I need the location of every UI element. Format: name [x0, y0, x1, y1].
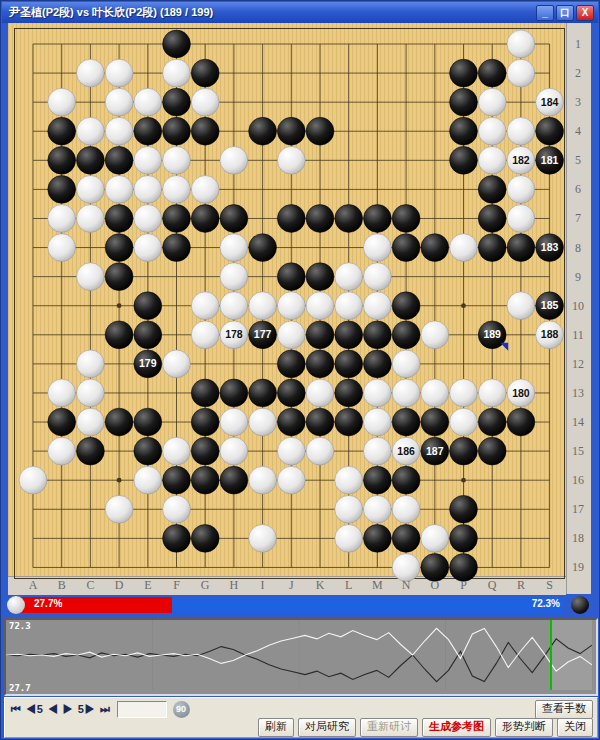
control-panel: ⏮ ◀5 ◀ ▶ 5▶ ⏭ 90 查看手数 刷新对局研究重新研讨生成参考图形势判…	[4, 697, 598, 738]
black-stone[interactable]	[364, 350, 392, 378]
white-stone[interactable]	[478, 88, 506, 116]
black-stone[interactable]	[191, 524, 219, 552]
black-stone[interactable]	[249, 117, 277, 145]
white-stone[interactable]	[48, 437, 76, 465]
black-stone[interactable]	[163, 88, 191, 116]
move-number-label: 189	[483, 328, 501, 340]
black-stone[interactable]	[134, 292, 162, 320]
winrate-bar: 27.7% 72.3%	[0, 595, 600, 616]
black-stone[interactable]	[134, 437, 162, 465]
white-stone[interactable]	[277, 466, 305, 494]
white-stone[interactable]	[364, 408, 392, 436]
white-stone[interactable]	[77, 408, 105, 436]
star-point	[117, 478, 122, 483]
app-window: 尹圣植(P2段) vs 叶长欣(P2段) (189 / 199) _ 口 X 1…	[0, 0, 600, 740]
black-stone[interactable]	[134, 321, 162, 349]
row-label: 4	[575, 124, 581, 139]
white-stone[interactable]	[163, 350, 191, 378]
black-stone[interactable]	[306, 350, 334, 378]
white-stone[interactable]	[507, 117, 535, 145]
column-label: K	[316, 578, 325, 593]
column-label: S	[546, 578, 553, 593]
column-label: P	[460, 578, 467, 593]
white-stone[interactable]	[277, 292, 305, 320]
column-label: H	[230, 578, 239, 593]
black-stone[interactable]	[478, 408, 506, 436]
black-stone[interactable]	[450, 59, 478, 87]
white-stone[interactable]	[364, 234, 392, 262]
white-stone[interactable]	[163, 146, 191, 174]
black-stone[interactable]	[364, 466, 392, 494]
black-stone[interactable]	[364, 524, 392, 552]
white-stone[interactable]	[220, 263, 248, 291]
row-label: 1	[575, 37, 581, 52]
white-stone[interactable]	[478, 379, 506, 407]
row-label: 10	[572, 298, 584, 313]
white-stone[interactable]	[364, 379, 392, 407]
button-生成参考图[interactable]: 生成参考图	[422, 718, 491, 737]
white-stone[interactable]	[105, 88, 133, 116]
white-stone[interactable]	[134, 88, 162, 116]
white-stone[interactable]	[134, 146, 162, 174]
column-label: A	[29, 578, 38, 593]
move-number-label: 185	[541, 299, 559, 311]
move-number-label: 183	[541, 241, 559, 253]
row-label: 3	[575, 95, 581, 110]
white-stone[interactable]	[134, 176, 162, 204]
white-stone[interactable]	[421, 524, 449, 552]
row-label: 5	[575, 153, 581, 168]
white-stone[interactable]	[507, 30, 535, 58]
navigation-row: ⏮ ◀5 ◀ ▶ 5▶ ⏭ 90	[11, 701, 190, 718]
white-stone[interactable]	[191, 176, 219, 204]
black-stone[interactable]	[77, 437, 105, 465]
white-stone[interactable]	[277, 146, 305, 174]
black-stone[interactable]	[191, 466, 219, 494]
black-stone[interactable]	[335, 408, 363, 436]
white-stone[interactable]	[134, 466, 162, 494]
black-stone[interactable]	[450, 88, 478, 116]
column-label: L	[345, 578, 352, 593]
black-stone[interactable]	[450, 146, 478, 174]
white-stone[interactable]	[220, 292, 248, 320]
white-winrate-value: 27.7%	[34, 598, 62, 609]
black-stone[interactable]	[191, 437, 219, 465]
white-stone[interactable]	[19, 466, 47, 494]
row-label: 15	[572, 444, 584, 459]
row-label: 9	[575, 269, 581, 284]
white-stone[interactable]	[421, 321, 449, 349]
move-number-label: 187	[426, 445, 444, 457]
white-stone[interactable]	[249, 524, 277, 552]
black-stone[interactable]	[306, 408, 334, 436]
black-stone[interactable]	[306, 117, 334, 145]
black-stone[interactable]	[392, 234, 420, 262]
button-对局研究[interactable]: 对局研究	[298, 718, 356, 737]
black-stone[interactable]	[450, 495, 478, 523]
star-point	[461, 303, 466, 308]
black-stone[interactable]	[421, 408, 449, 436]
black-stone[interactable]	[220, 379, 248, 407]
white-stone[interactable]	[277, 437, 305, 465]
white-stone[interactable]	[364, 437, 392, 465]
black-stone[interactable]	[277, 350, 305, 378]
black-stone[interactable]	[306, 263, 334, 291]
black-stone[interactable]	[105, 234, 133, 262]
black-stone[interactable]	[450, 117, 478, 145]
black-stone[interactable]	[306, 321, 334, 349]
view-move-numbers-button[interactable]: 查看手数	[535, 700, 593, 719]
winrate-graph[interactable]: 72.3 27.7	[4, 618, 598, 696]
white-stone[interactable]	[364, 495, 392, 523]
white-stone[interactable]	[249, 408, 277, 436]
black-stone[interactable]	[306, 205, 334, 233]
white-stone[interactable]	[507, 292, 535, 320]
white-stone[interactable]	[191, 321, 219, 349]
column-label: B	[58, 578, 66, 593]
row-label: 7	[575, 211, 581, 226]
white-stone[interactable]	[191, 88, 219, 116]
column-label: N	[402, 578, 411, 593]
white-stone[interactable]	[220, 234, 248, 262]
white-stone[interactable]	[277, 321, 305, 349]
black-stone[interactable]	[277, 205, 305, 233]
row-label: 8	[575, 240, 581, 255]
black-stone[interactable]	[191, 379, 219, 407]
black-stone[interactable]	[478, 234, 506, 262]
black-stone[interactable]	[191, 205, 219, 233]
column-label: J	[289, 578, 294, 593]
white-stone[interactable]	[335, 524, 363, 552]
black-stone[interactable]	[191, 408, 219, 436]
white-stone[interactable]	[306, 292, 334, 320]
column-label: E	[144, 578, 151, 593]
black-winrate-value: 72.3%	[532, 598, 560, 609]
black-stone[interactable]	[335, 350, 363, 378]
white-stone[interactable]	[335, 495, 363, 523]
white-stone[interactable]	[306, 437, 334, 465]
white-stone[interactable]	[134, 234, 162, 262]
move-number-label: 188	[541, 328, 559, 340]
black-stone[interactable]	[48, 408, 76, 436]
button-形势判断[interactable]: 形势判断	[495, 718, 553, 737]
black-stone[interactable]	[277, 263, 305, 291]
white-stone[interactable]	[77, 205, 105, 233]
white-stone[interactable]	[77, 263, 105, 291]
black-stone[interactable]	[421, 234, 449, 262]
black-stone[interactable]	[220, 205, 248, 233]
white-stone[interactable]	[48, 379, 76, 407]
black-stone[interactable]	[105, 146, 133, 174]
row-label: 14	[572, 415, 584, 430]
black-stone[interactable]	[507, 408, 535, 436]
white-stone[interactable]	[77, 59, 105, 87]
white-stone[interactable]	[163, 495, 191, 523]
winrate-curves	[6, 620, 592, 690]
row-label: 12	[572, 356, 584, 371]
white-stone[interactable]	[450, 379, 478, 407]
white-stone[interactable]	[48, 205, 76, 233]
white-stone-icon	[7, 596, 25, 614]
move-number-input[interactable]	[117, 701, 167, 718]
white-stone[interactable]	[335, 466, 363, 494]
star-point	[461, 478, 466, 483]
black-stone[interactable]	[364, 321, 392, 349]
column-label: I	[261, 578, 265, 593]
move-number-label: 181	[541, 154, 559, 166]
white-stone[interactable]	[335, 263, 363, 291]
black-stone[interactable]	[105, 321, 133, 349]
row-label: 18	[572, 531, 584, 546]
white-stone[interactable]	[306, 379, 334, 407]
white-stone[interactable]	[478, 117, 506, 145]
black-stone[interactable]	[163, 524, 191, 552]
black-stone[interactable]	[536, 117, 564, 145]
white-stone[interactable]	[220, 146, 248, 174]
row-label: 13	[572, 385, 584, 400]
column-label: M	[372, 578, 383, 593]
black-stone[interactable]	[478, 437, 506, 465]
black-stone[interactable]	[478, 205, 506, 233]
white-stone[interactable]	[77, 350, 105, 378]
black-stone[interactable]	[163, 117, 191, 145]
column-label: F	[173, 578, 180, 593]
move-number-label: 182	[512, 154, 530, 166]
black-stone[interactable]	[277, 408, 305, 436]
black-stone[interactable]	[478, 59, 506, 87]
black-stone[interactable]	[335, 379, 363, 407]
white-stone[interactable]	[249, 292, 277, 320]
white-stone[interactable]	[220, 437, 248, 465]
move-number-label: 179	[139, 357, 157, 369]
black-winrate-segment	[172, 597, 564, 613]
black-stone[interactable]	[48, 146, 76, 174]
black-stone[interactable]	[191, 59, 219, 87]
graph-bottom-label: 27.7	[9, 683, 31, 693]
white-stone[interactable]	[450, 408, 478, 436]
white-stone[interactable]	[364, 292, 392, 320]
row-label: 2	[575, 66, 581, 81]
black-stone[interactable]	[249, 379, 277, 407]
black-stone[interactable]	[191, 117, 219, 145]
button-刷新[interactable]: 刷新	[258, 718, 294, 737]
move-navigation-icons[interactable]: ⏮ ◀5 ◀ ▶ 5▶ ⏭	[11, 703, 111, 716]
black-stone[interactable]	[105, 205, 133, 233]
last-move-triangle-marker	[500, 343, 508, 351]
black-stone[interactable]	[335, 205, 363, 233]
black-stone[interactable]	[364, 205, 392, 233]
row-label: 16	[572, 473, 584, 488]
white-stone[interactable]	[507, 59, 535, 87]
column-label: D	[115, 578, 124, 593]
white-stone[interactable]	[48, 234, 76, 262]
row-label: 17	[572, 502, 584, 517]
white-stone[interactable]	[392, 350, 420, 378]
action-buttons-row: 刷新对局研究重新研讨生成参考图形势判断关闭	[258, 718, 593, 737]
black-stone[interactable]	[392, 292, 420, 320]
black-stone[interactable]	[392, 408, 420, 436]
black-stone[interactable]	[277, 117, 305, 145]
move-count-badge: 90	[173, 701, 190, 718]
white-stone[interactable]	[478, 146, 506, 174]
column-label: G	[201, 578, 210, 593]
white-stone[interactable]	[249, 466, 277, 494]
black-stone[interactable]	[105, 408, 133, 436]
row-label: 6	[575, 182, 581, 197]
star-point	[117, 303, 122, 308]
black-stone[interactable]	[220, 466, 248, 494]
move-number-label: 186	[397, 445, 415, 457]
black-stone[interactable]	[450, 524, 478, 552]
black-stone[interactable]	[249, 234, 277, 262]
white-stone[interactable]	[392, 495, 420, 523]
black-stone[interactable]	[392, 321, 420, 349]
white-stone[interactable]	[134, 205, 162, 233]
black-stone[interactable]	[450, 437, 478, 465]
white-stone[interactable]	[220, 408, 248, 436]
black-stone[interactable]	[134, 408, 162, 436]
black-stone[interactable]	[163, 205, 191, 233]
white-stone[interactable]	[450, 234, 478, 262]
white-stone[interactable]	[335, 292, 363, 320]
black-stone[interactable]	[48, 176, 76, 204]
white-stone[interactable]	[507, 176, 535, 204]
black-stone[interactable]	[134, 117, 162, 145]
black-stone[interactable]	[163, 466, 191, 494]
black-stone-icon	[571, 596, 589, 614]
white-stone[interactable]	[105, 176, 133, 204]
black-stone[interactable]	[392, 466, 420, 494]
row-label: 11	[572, 327, 584, 342]
column-label: Q	[488, 578, 497, 593]
black-stone[interactable]	[392, 524, 420, 552]
move-number-label: 180	[512, 387, 530, 399]
white-stone[interactable]	[77, 379, 105, 407]
black-stone[interactable]	[335, 321, 363, 349]
white-stone[interactable]	[105, 495, 133, 523]
button-关闭[interactable]: 关闭	[557, 718, 593, 737]
move-number-label: 178	[225, 328, 243, 340]
white-stone[interactable]	[105, 59, 133, 87]
column-label: O	[430, 578, 439, 593]
white-stone[interactable]	[163, 437, 191, 465]
move-number-label: 177	[254, 328, 272, 340]
black-stone[interactable]	[392, 205, 420, 233]
column-label: R	[517, 578, 525, 593]
white-stone[interactable]	[105, 117, 133, 145]
black-stone[interactable]	[48, 117, 76, 145]
white-stone[interactable]	[163, 59, 191, 87]
black-stone[interactable]	[478, 176, 506, 204]
white-stone[interactable]	[507, 205, 535, 233]
black-stone[interactable]	[163, 30, 191, 58]
white-stone[interactable]	[191, 292, 219, 320]
black-stone[interactable]	[77, 146, 105, 174]
black-stone[interactable]	[507, 234, 535, 262]
white-stone[interactable]	[421, 379, 449, 407]
white-stone[interactable]	[364, 263, 392, 291]
white-stone[interactable]	[77, 117, 105, 145]
white-stone[interactable]	[48, 88, 76, 116]
black-stone[interactable]	[163, 234, 191, 262]
row-label: 19	[572, 560, 584, 575]
white-stone[interactable]	[392, 379, 420, 407]
move-number-label: 184	[541, 96, 559, 108]
button-重新研讨[interactable]: 重新研讨	[360, 718, 418, 737]
black-stone[interactable]	[105, 263, 133, 291]
white-stone[interactable]	[77, 176, 105, 204]
graph-top-label: 72.3	[9, 621, 31, 631]
column-label: C	[86, 578, 94, 593]
white-stone[interactable]	[163, 176, 191, 204]
black-stone[interactable]	[277, 379, 305, 407]
